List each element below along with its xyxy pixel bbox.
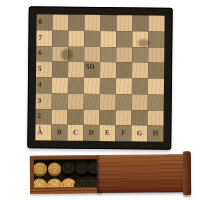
square-f1: F — [115, 125, 131, 141]
rank-label: 3 — [38, 97, 42, 104]
square-a4: 4 — [36, 77, 52, 93]
square-h2 — [148, 110, 164, 126]
drawer-front-rail — [30, 187, 102, 194]
square-a8: 8 — [36, 14, 52, 30]
rank-label: 6 — [38, 50, 42, 57]
square-h8 — [148, 16, 164, 32]
square-c6 — [68, 46, 84, 62]
square-h1: H — [147, 126, 163, 142]
square-e5 — [100, 62, 116, 78]
file-label: D — [89, 130, 94, 137]
square-f6 — [116, 47, 132, 63]
dark-checker — [62, 162, 76, 174]
square-c8 — [68, 15, 84, 31]
square-d2 — [84, 109, 100, 125]
file-label: F — [121, 130, 125, 137]
square-b5 — [52, 62, 68, 78]
square-g2 — [132, 110, 148, 126]
rank-label: 4 — [38, 82, 42, 89]
square-h4 — [148, 79, 164, 95]
square-h7 — [148, 31, 164, 47]
square-a5: 5 — [36, 62, 52, 78]
square-d6 — [84, 46, 100, 62]
square-f8 — [116, 15, 132, 31]
rank-label: 2 — [38, 113, 42, 120]
rank-label: 7 — [38, 34, 42, 41]
square-g1: G — [131, 126, 147, 142]
square-a3: 3 — [36, 93, 52, 109]
lid-handle — [183, 151, 191, 195]
square-g5 — [132, 63, 148, 79]
square-e8 — [100, 15, 116, 31]
drawer-interior — [34, 159, 102, 188]
light-checker — [47, 179, 62, 188]
board-grid: 87655D4321ABCDEFGH — [35, 14, 164, 141]
file-label: C — [73, 130, 78, 137]
drawer-sliding-lid — [97, 154, 185, 193]
square-b7 — [52, 30, 68, 46]
square-e6 — [100, 47, 116, 63]
square-f7 — [116, 31, 132, 47]
file-label: G — [137, 130, 143, 137]
rank-label: 5 — [38, 66, 42, 73]
square-c7 — [68, 30, 84, 46]
square-d8 — [84, 15, 100, 31]
square-g3 — [132, 94, 148, 110]
square-e7 — [100, 31, 116, 47]
square-g7 — [132, 31, 148, 47]
square-f5 — [116, 62, 132, 78]
square-g6 — [132, 47, 148, 63]
square-f2 — [116, 110, 132, 126]
file-label: E — [105, 130, 110, 137]
light-checker — [34, 162, 47, 174]
square-a6: 6 — [36, 46, 52, 62]
square-c1: C — [67, 125, 83, 141]
drawer-box — [30, 155, 102, 194]
corner-file-label: A — [37, 130, 42, 137]
square-d5: 5D — [84, 62, 100, 78]
square-b2 — [52, 109, 68, 125]
square-h6 — [148, 47, 164, 63]
square-b3 — [52, 93, 68, 109]
square-c4 — [68, 78, 84, 94]
rank-label: 8 — [39, 19, 43, 26]
square-f3 — [116, 94, 132, 110]
square-b4 — [52, 77, 68, 93]
square-e1: E — [99, 125, 115, 141]
checkers-board: 87655D4321ABCDEFGH — [27, 6, 172, 150]
square-g4 — [132, 78, 148, 94]
square-g8 — [132, 15, 148, 31]
square-f4 — [116, 78, 132, 94]
light-checker — [34, 179, 47, 188]
square-d3 — [84, 94, 100, 110]
square-c2 — [68, 109, 84, 125]
file-label: H — [153, 130, 159, 137]
square-d1: D — [83, 125, 99, 141]
square-a7: 7 — [36, 30, 52, 46]
file-label: B — [57, 129, 62, 136]
square-c3 — [68, 93, 84, 109]
square-e2 — [100, 109, 116, 125]
square-a2: 2 — [36, 109, 52, 125]
square-a1: 1A — [35, 125, 51, 141]
square-h5 — [148, 63, 164, 79]
square-b1: B — [51, 125, 67, 141]
square-h3 — [148, 94, 164, 110]
square-b8 — [52, 15, 68, 31]
piece-drawer — [30, 151, 192, 198]
square-c5 — [68, 62, 84, 78]
light-checker — [48, 162, 62, 174]
product-photo: 87655D4321ABCDEFGH — [0, 0, 200, 200]
maker-stamp: 5D — [86, 63, 95, 71]
square-d4 — [84, 78, 100, 94]
square-d7 — [84, 31, 100, 47]
square-e4 — [100, 78, 116, 94]
square-e3 — [100, 94, 116, 110]
square-b6 — [52, 46, 68, 62]
